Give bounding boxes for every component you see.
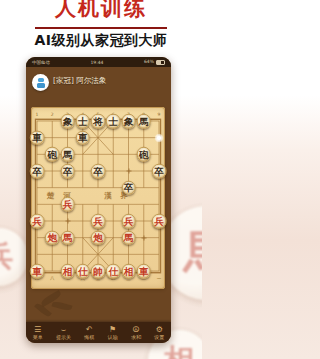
piece-black-砲[interactable]: 砲 [136,147,151,162]
piece-black-象[interactable]: 象 [60,114,75,129]
piece-red-兵[interactable]: 兵 [91,214,106,229]
piece-black-卒[interactable]: 卒 [60,164,75,179]
piece-black-砲[interactable]: 砲 [45,147,60,162]
piece-black-馬[interactable]: 馬 [60,147,75,162]
column-label-top: 1 [36,112,39,117]
piece-black-卒[interactable]: 卒 [30,164,45,179]
piece-red-仕[interactable]: 仕 [106,264,121,279]
settings-icon: ⚙ [156,325,163,334]
page-title: 人机训练 [0,0,202,22]
piece-black-卒[interactable]: 卒 [121,180,136,195]
clock-label: 19:44 [91,60,104,65]
battery-icon [156,60,165,65]
piece-red-炮[interactable]: 炮 [91,230,106,245]
piece-black-車[interactable]: 車 [30,130,45,145]
piece-red-帥[interactable]: 帥 [91,264,106,279]
resign-icon: ⚑ [109,325,116,334]
piece-black-将[interactable]: 将 [91,114,106,129]
piece-red-馬[interactable]: 馬 [121,230,136,245]
column-label-bottom: 一 [157,276,162,281]
column-label-top: 2 [51,112,54,117]
piece-black-卒[interactable]: 卒 [91,164,106,179]
offer-draw-icon: ☮ [132,325,139,334]
piece-black-士[interactable]: 士 [106,114,121,129]
toolbar-undo-move-button[interactable]: ↶悔棋 [84,325,94,341]
column-label-top: 9 [158,112,161,117]
piece-red-炮[interactable]: 炮 [45,230,60,245]
piece-red-兵[interactable]: 兵 [30,214,45,229]
phone-screenshot: 中国电信 19:44 64% [家冠] 阿尔法象 123456789 [26,57,171,343]
robot-icon [38,78,44,82]
piece-black-士[interactable]: 士 [75,114,90,129]
piece-red-相[interactable]: 相 [121,264,136,279]
point-marker [141,235,146,240]
piece-red-仕[interactable]: 仕 [75,264,90,279]
piece-black-車[interactable]: 車 [75,130,90,145]
piece-black-馬[interactable]: 馬 [136,114,151,129]
undo-move-label: 悔棋 [84,334,94,340]
xiangqi-board[interactable]: 123456789 九八七六五四三二一 楚 河 漢 界 象士将士象馬車車砲馬砲卒… [31,107,165,289]
piece-black-卒[interactable]: 卒 [152,164,167,179]
resign-label: 认输 [108,334,118,340]
undo-move-icon: ↶ [86,325,93,334]
piece-red-兵[interactable]: 兵 [121,214,136,229]
toolbar-settings-button[interactable]: ⚙设置 [154,325,164,341]
decorative-piece: 兵 [0,228,28,286]
last-move-marker [155,133,164,142]
robot-icon-body [37,83,45,89]
bottom-toolbar: ☰菜单⌣提示关↶悔棋⚑认输☮求和⚙设置 [26,322,171,343]
page-subtitle: AI级别从家冠到大师 [0,32,202,50]
title-divider [35,27,167,29]
toolbar-hint-off-button[interactable]: ⌣提示关 [56,325,71,341]
piece-red-車[interactable]: 車 [136,264,151,279]
opponent-name: [家冠] 阿尔法象 [53,76,106,86]
piece-red-兵[interactable]: 兵 [152,214,167,229]
piece-black-象[interactable]: 象 [121,114,136,129]
hint-off-icon: ⌣ [61,325,66,334]
opponent-row: [家冠] 阿尔法象 [26,67,171,107]
settings-label: 设置 [154,334,164,340]
board-grid: 123456789 九八七六五四三二一 楚 河 漢 界 象士将士象馬車車砲馬砲卒… [37,121,159,271]
piece-red-相[interactable]: 相 [60,264,75,279]
piece-red-馬[interactable]: 馬 [60,230,75,245]
menu-label: 菜单 [33,334,43,340]
battery-label: 64% [144,59,165,64]
opponent-avatar[interactable] [32,74,49,91]
toolbar-menu-button[interactable]: ☰菜单 [33,325,43,341]
menu-icon: ☰ [34,325,41,334]
toolbar-offer-draw-button[interactable]: ☮求和 [131,325,141,341]
point-marker [65,219,70,224]
offer-draw-label: 求和 [131,334,141,340]
page: { "header": { "title": "人机训练", "subtitle… [0,0,202,359]
piece-red-車[interactable]: 車 [30,264,45,279]
status-bar: 中国电信 19:44 64% [26,57,171,67]
piece-red-兵[interactable]: 兵 [60,197,75,212]
hint-off-label: 提示关 [56,334,71,340]
point-marker [126,169,131,174]
toolbar-resign-button[interactable]: ⚑认输 [108,325,118,341]
bamboo-leaf [52,301,73,312]
carrier-label: 中国电信 [32,60,50,65]
column-label-bottom: 八 [50,276,55,281]
